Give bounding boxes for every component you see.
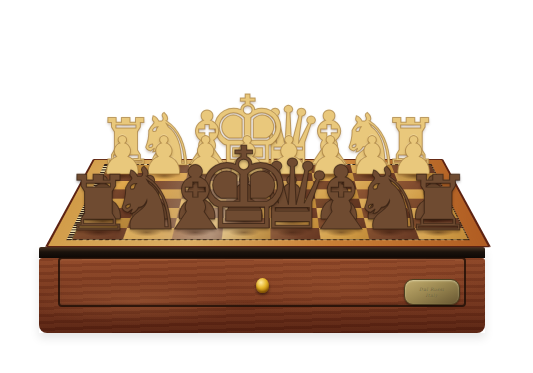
plaque-text-line1: Dal Rossi: [419, 287, 444, 292]
brass-plaque: Dal Rossi Italy: [404, 279, 460, 305]
drawer-knob[interactable]: [256, 278, 269, 293]
plaque-text-line2: Italy: [426, 293, 438, 298]
chess-piece-black-rook[interactable]: ♜: [64, 173, 132, 232]
storage-box: Dal Rossi Italy: [39, 247, 485, 333]
chess-set-photo: Dal Rossi Italy ♜♞♝♛♚♝♞♜♟♟♟♟♟♟♟♟♟♟♟♟♟♟♟♟…: [0, 0, 533, 373]
